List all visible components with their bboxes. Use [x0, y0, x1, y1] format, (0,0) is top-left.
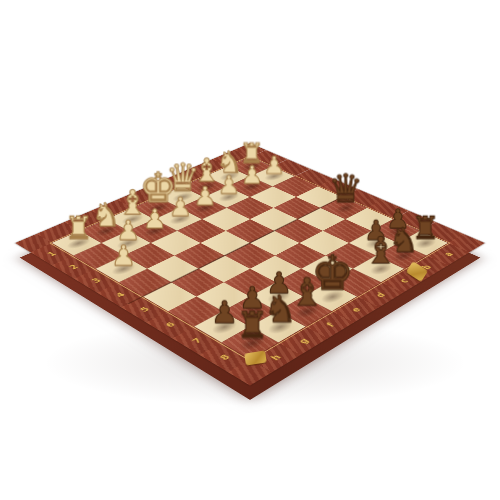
white-pawn-d2[interactable]: ♟ — [193, 183, 216, 209]
black-rook-h8[interactable]: ♜ — [236, 308, 268, 344]
white-pawn-a2[interactable]: ♟ — [263, 153, 285, 177]
white-pawn-b2[interactable]: ♟ — [241, 162, 263, 187]
black-bishop-c8[interactable]: ♝ — [364, 233, 397, 269]
black-pawn-h7[interactable]: ♟ — [211, 297, 238, 327]
white-pawn-c2[interactable]: ♟ — [217, 173, 240, 198]
white-pawn-h3[interactable]: ♟ — [111, 242, 136, 270]
black-queen-a5[interactable]: ♛ — [328, 170, 363, 209]
black-knight-g8[interactable]: ♞ — [263, 291, 296, 328]
product-photo-canvas: { "game": "chess", "scene": { "descripti… — [0, 0, 500, 500]
white-pawn-f2[interactable]: ♟ — [143, 205, 167, 232]
white-rook-h1[interactable]: ♜ — [65, 213, 93, 244]
white-pawn-e2[interactable]: ♟ — [169, 194, 192, 220]
square-c5[interactable] — [274, 219, 323, 243]
board-frame — [448, 234, 485, 252]
